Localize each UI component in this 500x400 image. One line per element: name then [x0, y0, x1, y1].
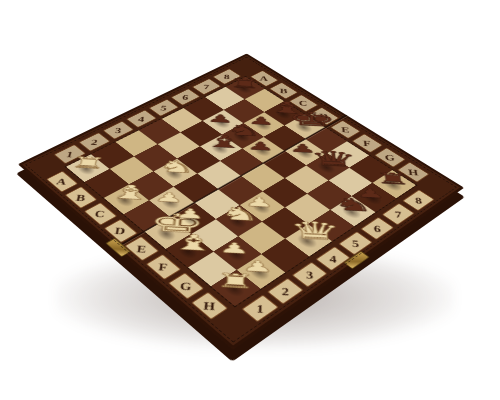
- file-label-B: B: [64, 186, 97, 208]
- rank-label-6: 6: [360, 217, 394, 240]
- rank-label-5: 5: [338, 231, 373, 255]
- black-pawn-glyph: ♟: [245, 140, 275, 153]
- rank-label-7: 7: [382, 203, 415, 225]
- rank-label-2: 2: [267, 278, 304, 305]
- black-bishop-glyph: ♝: [203, 132, 234, 150]
- white-rook-glyph: ♜: [68, 154, 102, 170]
- rank-label-3: 3: [292, 262, 328, 288]
- rank-label-4: 4: [315, 246, 350, 271]
- far-rank-label-5: 5: [149, 99, 179, 117]
- white-knight-glyph: ♞: [156, 158, 189, 176]
- black-rook-glyph: ♜: [374, 170, 407, 187]
- black-rook-glyph: ♜: [228, 77, 256, 90]
- black-queen-glyph: ♛: [308, 148, 339, 170]
- file-label-A: A: [46, 171, 78, 193]
- scene-stage: AA11BB22CC33DD44EE55FF66GG77HH88 ♜♝♚♝♜♟♟…: [0, 0, 500, 400]
- rank-label-8: 8: [402, 189, 435, 211]
- screenshot: AA11BB22CC33DD44EE55FF66GG77HH88 ♜♝♚♝♜♟♟…: [0, 0, 500, 400]
- chessboard[interactable]: AA11BB22CC33DD44EE55FF66GG77HH88 ♜♝♚♝♜♟♟…: [18, 54, 464, 350]
- black-king-glyph: ♚: [287, 108, 316, 129]
- rank-label-1: 1: [241, 295, 279, 323]
